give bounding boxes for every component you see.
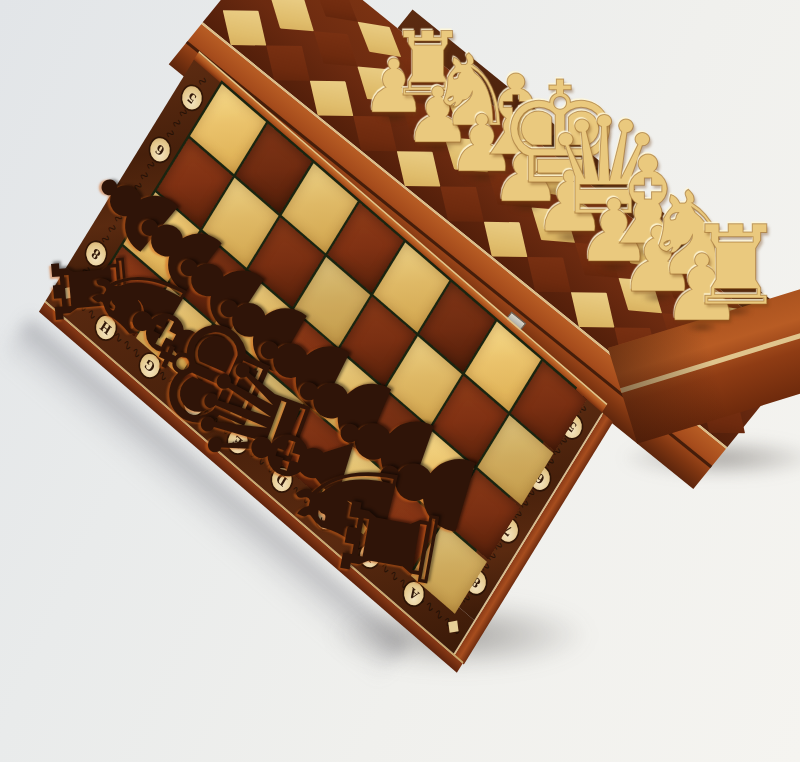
- flat-board-square: [304, 0, 368, 34]
- white-rook-a1: ♜: [687, 211, 786, 321]
- chess-set-photo-scene: ∿∿∿∿∿∿∿∿∿∿∿∿∿∿∿∿∿∿∿∿∿∿∿∿5678∿∿∿∿∿∿∿∿∿∿∿∿…: [0, 0, 800, 762]
- corner-inlay: [448, 621, 458, 633]
- black-rook-a8: ♜: [323, 478, 461, 606]
- flat-board-square: [258, 0, 325, 46]
